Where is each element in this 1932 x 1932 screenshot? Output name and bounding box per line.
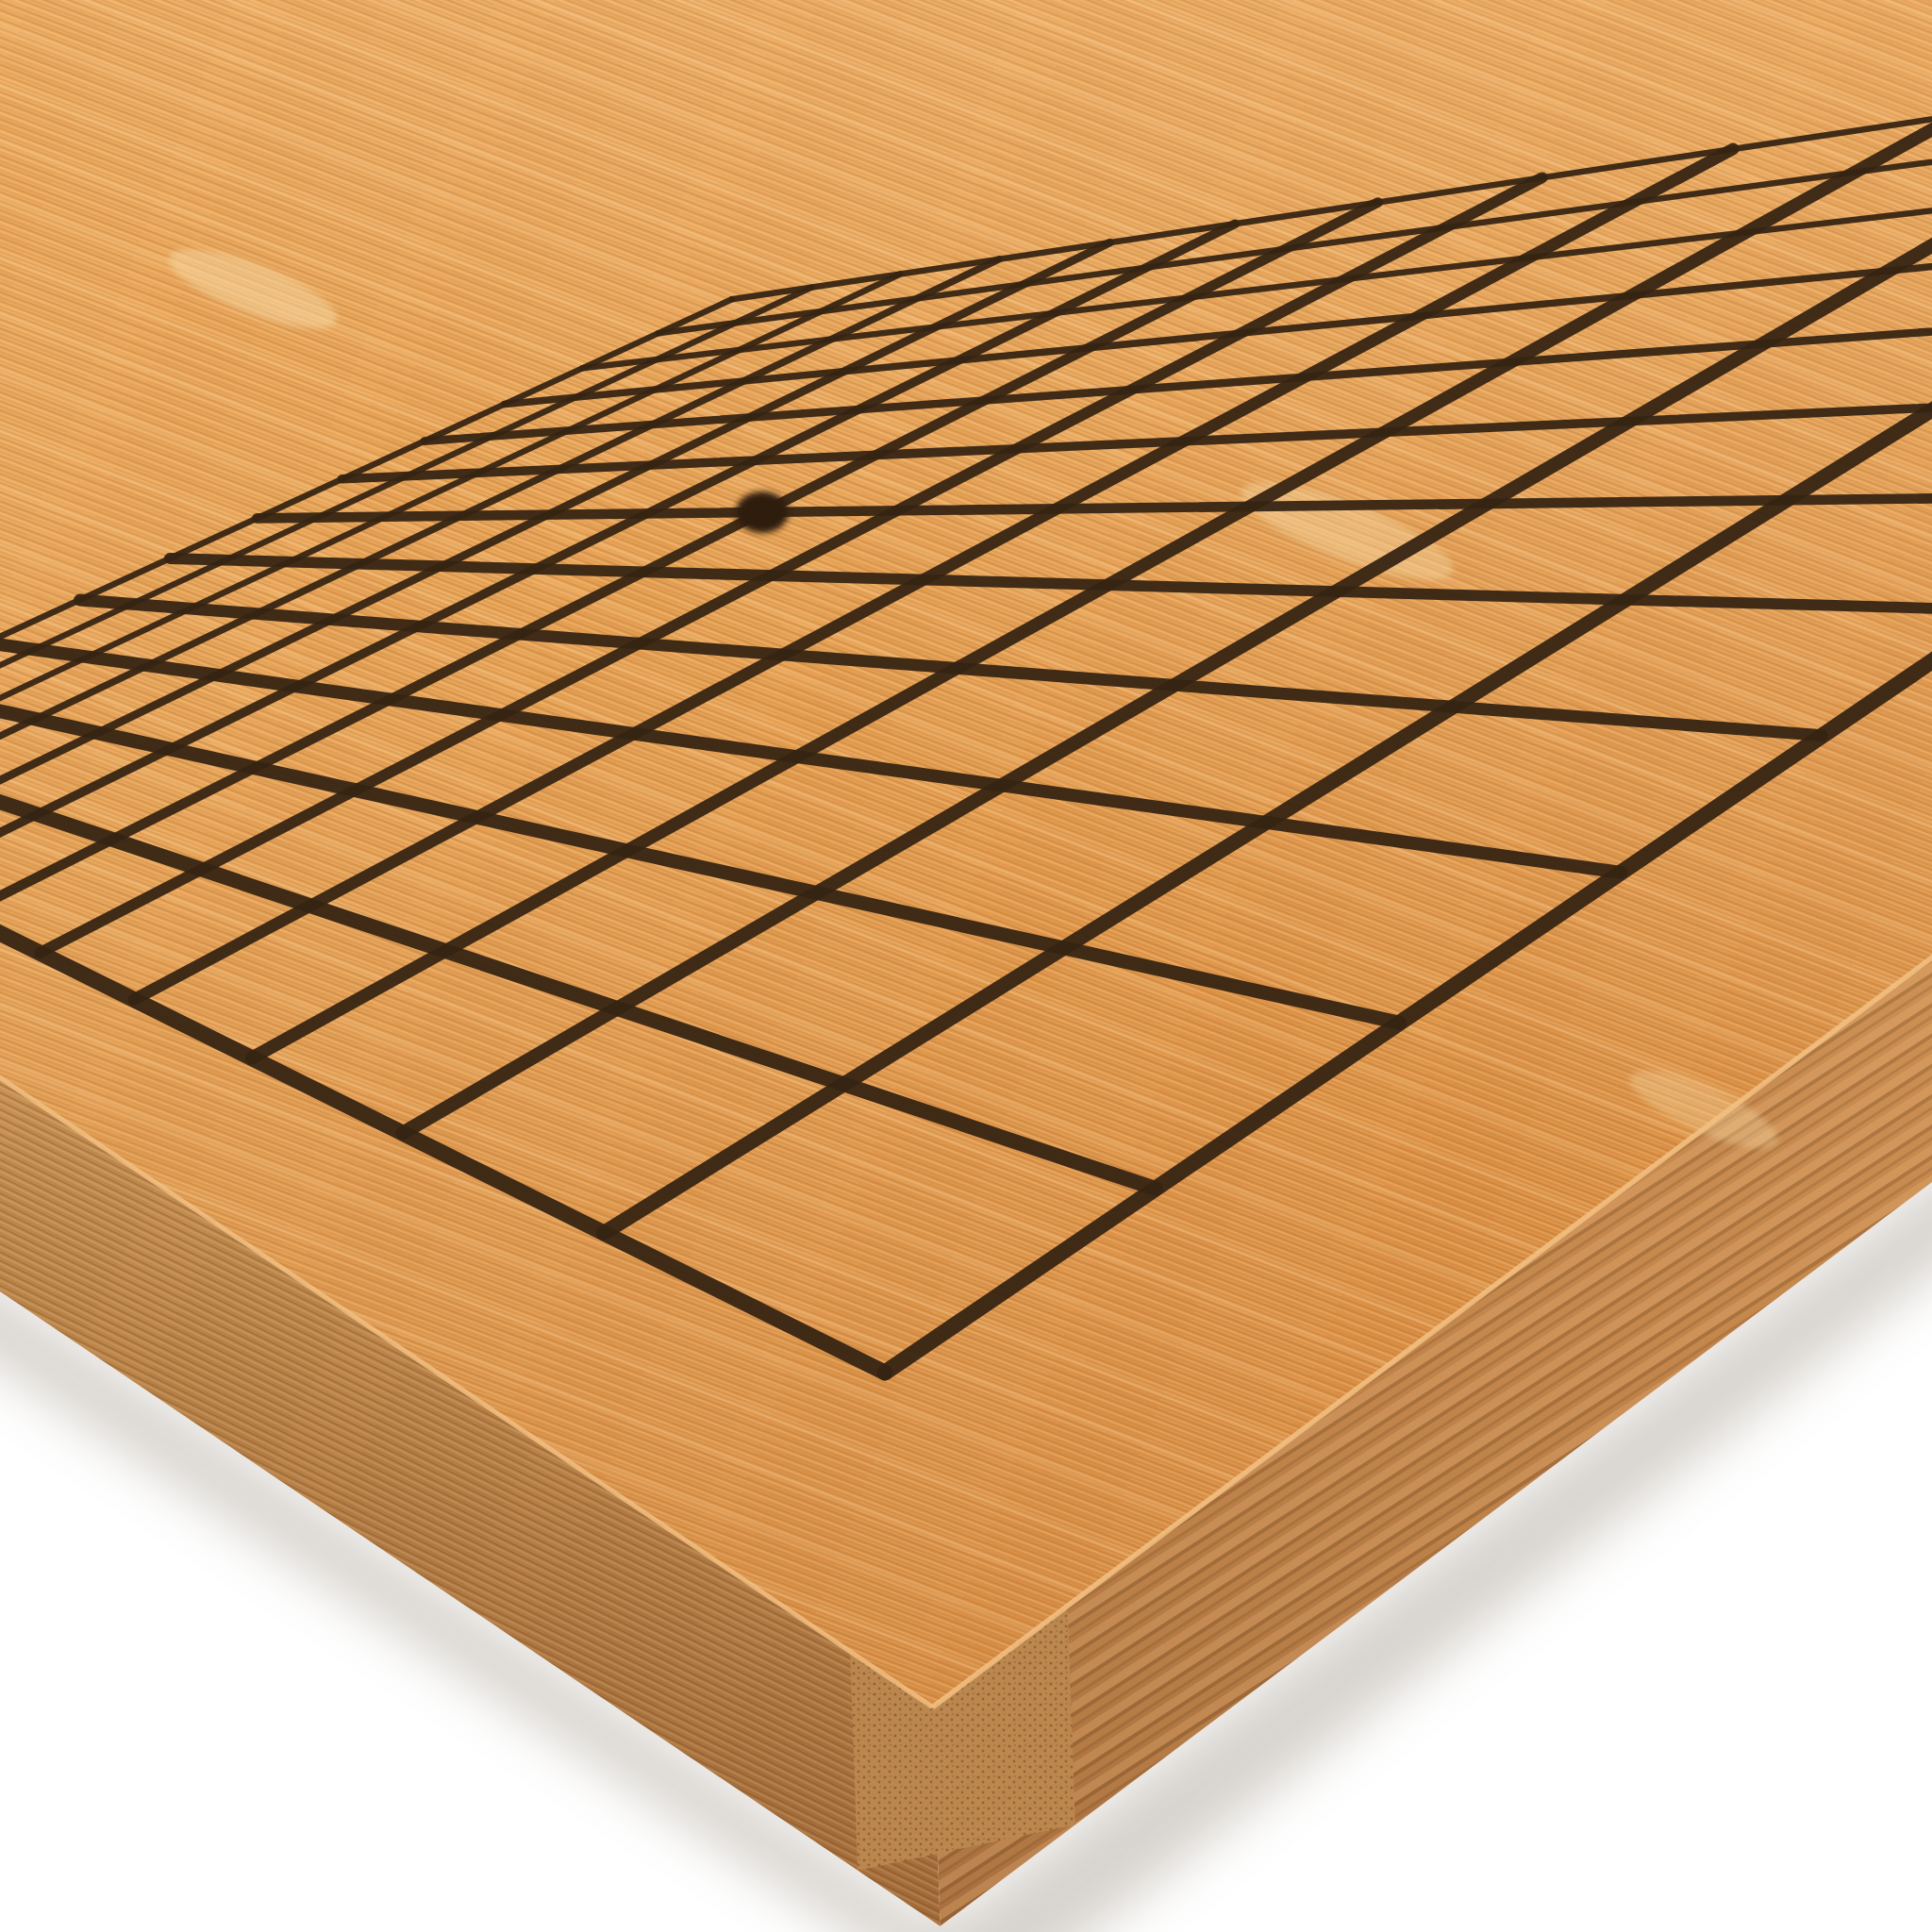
- go-board-photo: [0, 0, 1932, 1932]
- board-svg: [0, 0, 1932, 1932]
- star-point-tengen: [736, 491, 789, 533]
